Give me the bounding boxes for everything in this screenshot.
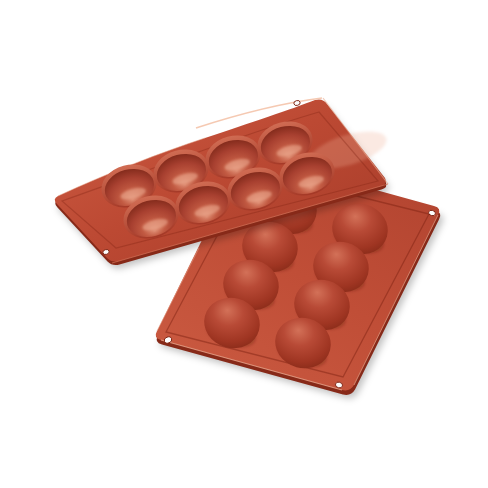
product-photo bbox=[0, 0, 488, 488]
mold-scene bbox=[0, 0, 488, 488]
